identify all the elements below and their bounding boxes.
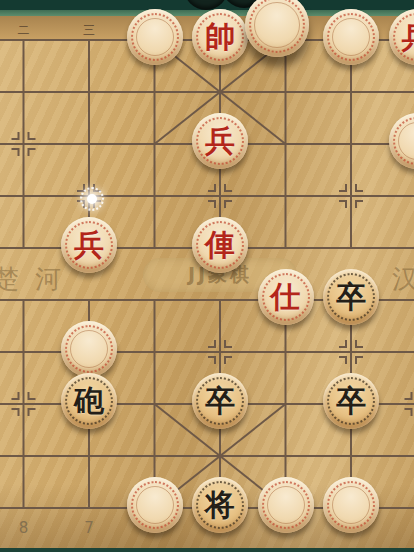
- river-label-right: 汉界: [392, 262, 414, 297]
- piece-hidden[interactable]: [323, 9, 379, 65]
- piece-hidden[interactable]: [61, 321, 117, 377]
- piece-character: 俥: [192, 217, 248, 273]
- file-label-bottom: 7: [84, 519, 94, 537]
- piece-black-soldier[interactable]: 卒: [192, 373, 248, 429]
- piece-character: 砲: [61, 373, 117, 429]
- piece-character: 仕: [258, 269, 314, 325]
- piece-character: 卒: [323, 269, 379, 325]
- piece-red-chariot[interactable]: 俥: [192, 217, 248, 273]
- piece-hidden[interactable]: [323, 477, 379, 533]
- piece-character: 兵: [61, 217, 117, 273]
- piece-hidden[interactable]: [258, 477, 314, 533]
- file-label-top: 三: [83, 22, 95, 39]
- piece-red-soldier[interactable]: 兵: [192, 113, 248, 169]
- piece-character: 兵: [192, 113, 248, 169]
- piece-character: 卒: [323, 373, 379, 429]
- piece-red-soldier[interactable]: 兵: [389, 9, 414, 65]
- piece-black-general[interactable]: 将: [192, 477, 248, 533]
- piece-black-soldier[interactable]: 卒: [323, 373, 379, 429]
- piece-hidden[interactable]: [127, 9, 183, 65]
- game-board: 楚河 汉界 JJ象棋 二三 87 帥兵兵兵俥仕卒砲卒卒将: [0, 0, 414, 552]
- piece-black-cannon[interactable]: 砲: [61, 373, 117, 429]
- piece-hidden[interactable]: [127, 477, 183, 533]
- piece-character: 卒: [192, 373, 248, 429]
- file-label-top: 二: [18, 22, 30, 39]
- move-sparkle: [77, 184, 107, 214]
- piece-red-soldier[interactable]: 兵: [61, 217, 117, 273]
- piece-character: 兵: [389, 9, 414, 65]
- piece-black-soldier[interactable]: 卒: [323, 269, 379, 325]
- piece-red-general[interactable]: 帥: [192, 9, 248, 65]
- app-background-bottom: [0, 548, 414, 552]
- piece-character: 帥: [192, 9, 248, 65]
- piece-red-advisor[interactable]: 仕: [258, 269, 314, 325]
- piece-character: 将: [192, 477, 248, 533]
- file-label-bottom: 8: [19, 519, 29, 537]
